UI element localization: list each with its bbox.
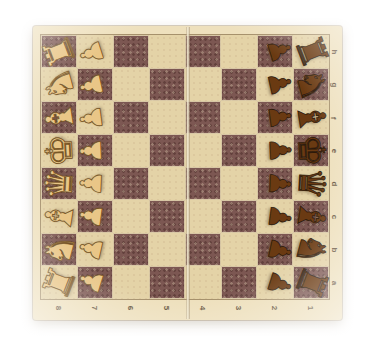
black-pawn-piece: ♟ — [253, 227, 297, 271]
square-e3[interactable] — [221, 134, 257, 167]
square-g6[interactable] — [113, 68, 149, 101]
square-h5[interactable] — [149, 35, 185, 68]
square-a2[interactable]: ♟ — [257, 266, 293, 299]
rank-label-3: 3 — [234, 306, 242, 310]
file-label-g: g — [330, 83, 338, 88]
square-d4[interactable] — [185, 167, 221, 200]
square-c6[interactable] — [113, 200, 149, 233]
square-c8[interactable]: ♝ — [41, 200, 77, 233]
white-pawn-piece: ♟ — [72, 259, 118, 305]
black-pawn-piece: ♟ — [254, 196, 296, 238]
square-b5[interactable] — [149, 233, 185, 266]
square-h2[interactable]: ♟ — [257, 35, 293, 68]
black-king-piece: ♚ — [292, 131, 331, 170]
square-a8[interactable]: ♜ — [41, 266, 77, 299]
square-a1[interactable]: ♜ — [293, 266, 329, 299]
square-f2[interactable]: ♟ — [257, 101, 293, 134]
board-fold-line — [186, 27, 190, 319]
white-pawn-piece: ♟ — [74, 196, 116, 238]
black-pawn-piece: ♟ — [256, 131, 295, 170]
square-e2[interactable]: ♟ — [257, 134, 293, 167]
square-h7[interactable]: ♟ — [77, 35, 113, 68]
rank-label-5: 5 — [162, 306, 170, 310]
file-label-a: a — [330, 281, 338, 285]
square-h6[interactable] — [113, 35, 149, 68]
square-a4[interactable] — [185, 266, 221, 299]
square-d2[interactable]: ♟ — [257, 167, 293, 200]
square-b4[interactable] — [185, 233, 221, 266]
square-g8[interactable]: ♞ — [41, 68, 77, 101]
square-d7[interactable]: ♟ — [77, 167, 113, 200]
white-rook-piece: ♜ — [35, 259, 83, 307]
square-e4[interactable] — [185, 134, 221, 167]
white-bishop-piece: ♝ — [38, 195, 80, 237]
photo-background: ♜♟♟♜♞♟♟♞♝♟♟♝♚♟♟♚♛♟♟♛♝♟♟♝♞♟♟♞♜♟♟♜ 8765432… — [0, 0, 371, 350]
square-b8[interactable]: ♞ — [41, 233, 77, 266]
square-f8[interactable]: ♝ — [41, 101, 77, 134]
square-d1[interactable]: ♛ — [293, 167, 329, 200]
square-c7[interactable]: ♟ — [77, 200, 113, 233]
square-c2[interactable]: ♟ — [257, 200, 293, 233]
white-pawn-piece: ♟ — [76, 131, 115, 170]
black-pawn-piece: ♟ — [256, 164, 295, 203]
square-c5[interactable] — [149, 200, 185, 233]
black-queen-piece: ♛ — [292, 164, 331, 203]
square-f6[interactable] — [113, 101, 149, 134]
square-d5[interactable] — [149, 167, 185, 200]
rank-label-1: 1 — [306, 306, 314, 310]
white-pawn-piece: ♟ — [73, 62, 117, 106]
square-e1[interactable]: ♚ — [293, 134, 329, 167]
file-label-b: b — [330, 248, 338, 253]
square-b2[interactable]: ♟ — [257, 233, 293, 266]
black-rook-piece: ♜ — [287, 259, 335, 307]
square-a5[interactable] — [149, 266, 185, 299]
square-f1[interactable]: ♝ — [293, 101, 329, 134]
black-pawn-piece: ♟ — [254, 97, 296, 139]
square-g2[interactable]: ♟ — [257, 68, 293, 101]
square-g1[interactable]: ♞ — [293, 68, 329, 101]
white-pawn-piece: ♟ — [76, 164, 115, 203]
chess-board: ♜♟♟♜♞♟♟♞♝♟♟♝♚♟♟♚♛♟♟♛♝♟♟♝♞♟♟♞♜♟♟♜ 8765432… — [33, 26, 342, 320]
square-e8[interactable]: ♚ — [41, 134, 77, 167]
square-f4[interactable] — [185, 101, 221, 134]
file-label-e: e — [330, 149, 338, 153]
square-h4[interactable] — [185, 35, 221, 68]
square-c4[interactable] — [185, 200, 221, 233]
file-label-h: h — [330, 50, 338, 55]
white-pawn-piece: ♟ — [74, 97, 116, 139]
file-label-d: d — [330, 182, 338, 187]
white-bishop-piece: ♝ — [38, 96, 80, 138]
square-c3[interactable] — [221, 200, 257, 233]
square-b3[interactable] — [221, 233, 257, 266]
rank-label-2: 2 — [270, 306, 278, 310]
black-bishop-piece: ♝ — [290, 195, 332, 237]
square-a6[interactable] — [113, 266, 149, 299]
black-pawn-piece: ♟ — [252, 259, 298, 305]
square-h3[interactable] — [221, 35, 257, 68]
rank-label-4: 4 — [198, 306, 206, 310]
square-h1[interactable]: ♜ — [293, 35, 329, 68]
square-a7[interactable]: ♟ — [77, 266, 113, 299]
square-d6[interactable] — [113, 167, 149, 200]
file-label-c: c — [330, 215, 338, 219]
black-pawn-piece: ♟ — [253, 62, 297, 106]
square-d8[interactable]: ♛ — [41, 167, 77, 200]
square-b6[interactable] — [113, 233, 149, 266]
square-h8[interactable]: ♜ — [41, 35, 77, 68]
white-pawn-piece: ♟ — [73, 227, 117, 271]
square-a3[interactable] — [221, 266, 257, 299]
square-c1[interactable]: ♝ — [293, 200, 329, 233]
square-f5[interactable] — [149, 101, 185, 134]
square-e7[interactable]: ♟ — [77, 134, 113, 167]
square-b7[interactable]: ♟ — [77, 233, 113, 266]
white-king-piece: ♚ — [40, 131, 79, 170]
square-d3[interactable] — [221, 167, 257, 200]
square-f7[interactable]: ♟ — [77, 101, 113, 134]
square-e5[interactable] — [149, 134, 185, 167]
white-queen-piece: ♛ — [40, 164, 79, 203]
rank-label-6: 6 — [126, 306, 134, 310]
square-g3[interactable] — [221, 68, 257, 101]
square-g5[interactable] — [149, 68, 185, 101]
square-g7[interactable]: ♟ — [77, 68, 113, 101]
square-e6[interactable] — [113, 134, 149, 167]
square-f3[interactable] — [221, 101, 257, 134]
file-label-f: f — [329, 117, 337, 120]
rank-label-7: 7 — [90, 306, 98, 310]
rank-label-8: 8 — [54, 306, 62, 310]
square-b1[interactable]: ♞ — [293, 233, 329, 266]
black-bishop-piece: ♝ — [290, 96, 332, 138]
square-g4[interactable] — [185, 68, 221, 101]
